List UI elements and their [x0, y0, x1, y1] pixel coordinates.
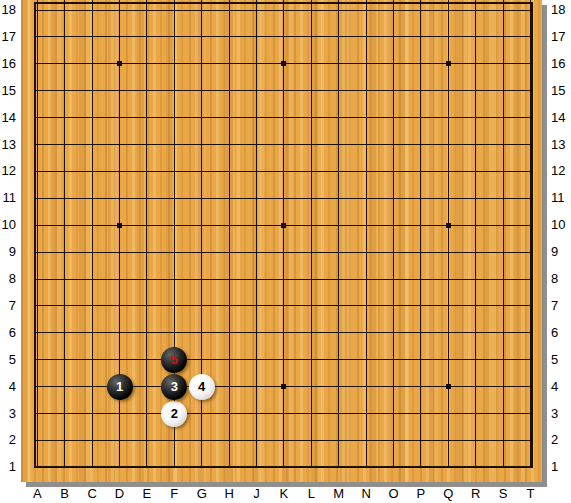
- row-label-left-10: 10: [0, 217, 16, 233]
- stone-black-f4-move-3[interactable]: 3: [161, 374, 187, 400]
- column-label-b: B: [54, 486, 76, 502]
- row-label-right-13: 13: [551, 137, 571, 153]
- row-label-right-4: 4: [551, 379, 571, 395]
- row-label-right-18: 18: [551, 2, 571, 18]
- row-label-right-2: 2: [551, 432, 571, 448]
- star-point-d10: [117, 223, 122, 228]
- column-label-l: L: [300, 486, 322, 502]
- go-app-window: 12345 1818171716161515141413131212111110…: [0, 0, 571, 503]
- row-label-right-17: 17: [551, 29, 571, 45]
- star-point-q10: [446, 223, 451, 228]
- row-label-right-7: 7: [551, 298, 571, 314]
- stone-white-f3-move-2[interactable]: 2: [161, 401, 187, 427]
- row-label-right-3: 3: [551, 406, 571, 422]
- column-label-o: O: [383, 486, 405, 502]
- row-label-left-8: 8: [0, 271, 16, 287]
- column-label-s: S: [492, 486, 514, 502]
- row-label-right-6: 6: [551, 325, 571, 341]
- column-label-d: D: [109, 486, 131, 502]
- star-point-q4: [446, 384, 451, 389]
- row-label-left-1: 1: [0, 459, 16, 475]
- row-label-right-14: 14: [551, 110, 571, 126]
- star-point-k16: [281, 61, 286, 66]
- column-label-f: F: [163, 486, 185, 502]
- row-label-right-12: 12: [551, 163, 571, 179]
- go-board[interactable]: 12345: [21, 0, 542, 482]
- row-label-left-3: 3: [0, 406, 16, 422]
- column-label-t: T: [520, 486, 542, 502]
- star-point-q16: [446, 61, 451, 66]
- star-point-d16: [117, 61, 122, 66]
- row-label-left-18: 18: [0, 2, 16, 18]
- row-label-left-2: 2: [0, 432, 16, 448]
- column-label-k: K: [273, 486, 295, 502]
- row-label-left-15: 15: [0, 83, 16, 99]
- star-point-k4: [281, 384, 286, 389]
- row-label-right-16: 16: [551, 56, 571, 72]
- row-label-right-11: 11: [551, 190, 571, 206]
- row-label-left-5: 5: [0, 352, 16, 368]
- row-label-left-6: 6: [0, 325, 16, 341]
- row-label-right-15: 15: [551, 83, 571, 99]
- row-label-right-5: 5: [551, 352, 571, 368]
- column-label-m: M: [328, 486, 350, 502]
- stone-white-g4-move-4[interactable]: 4: [189, 374, 215, 400]
- column-label-j: J: [246, 486, 268, 502]
- column-label-p: P: [410, 486, 432, 502]
- stone-black-d4-move-1[interactable]: 1: [107, 374, 133, 400]
- row-label-left-17: 17: [0, 29, 16, 45]
- row-label-left-13: 13: [0, 137, 16, 153]
- row-label-left-12: 12: [0, 163, 16, 179]
- row-label-right-10: 10: [551, 217, 571, 233]
- star-point-k10: [281, 223, 286, 228]
- stone-black-f5-move-5[interactable]: 5: [161, 347, 187, 373]
- row-label-right-8: 8: [551, 271, 571, 287]
- board-outline: [34, 2, 533, 468]
- row-label-left-7: 7: [0, 298, 16, 314]
- row-label-right-1: 1: [551, 459, 571, 475]
- column-label-e: E: [136, 486, 158, 502]
- row-label-right-9: 9: [551, 244, 571, 260]
- row-label-left-4: 4: [0, 379, 16, 395]
- column-label-a: A: [26, 486, 48, 502]
- column-label-c: C: [81, 486, 103, 502]
- column-label-n: N: [355, 486, 377, 502]
- row-label-left-16: 16: [0, 56, 16, 72]
- column-label-h: H: [218, 486, 240, 502]
- column-label-g: G: [191, 486, 213, 502]
- row-label-left-14: 14: [0, 110, 16, 126]
- row-label-left-9: 9: [0, 244, 16, 260]
- column-label-r: R: [465, 486, 487, 502]
- column-label-q: Q: [437, 486, 459, 502]
- row-label-left-11: 11: [0, 190, 16, 206]
